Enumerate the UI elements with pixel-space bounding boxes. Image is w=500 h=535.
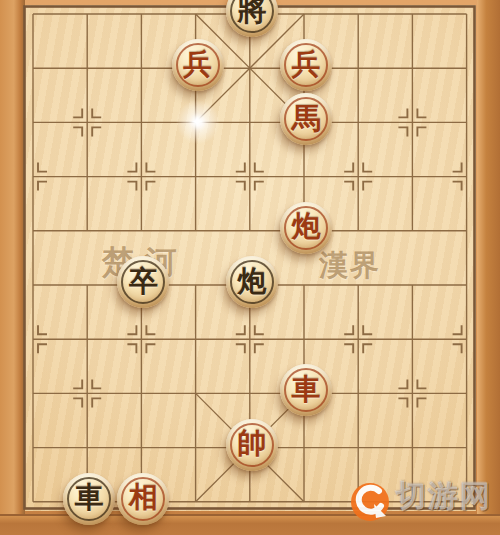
piece-red-soldier-1[interactable]: 兵 (172, 39, 224, 91)
piece-black-chariot[interactable]: 車 (63, 473, 115, 525)
piece-character: 卒 (129, 267, 158, 296)
piece-red-elephant[interactable]: 相 (117, 473, 169, 525)
piece-character: 相 (129, 483, 158, 512)
piece-red-cannon[interactable]: 炮 (280, 202, 332, 254)
piece-red-chariot[interactable]: 車 (280, 364, 332, 416)
piece-red-soldier-2[interactable]: 兵 (280, 39, 332, 91)
piece-character: 兵 (183, 50, 212, 79)
piece-red-general[interactable]: 帥 (226, 419, 278, 471)
piece-character: 炮 (292, 212, 321, 241)
piece-character: 炮 (237, 267, 266, 296)
piece-black-cannon[interactable]: 炮 (226, 256, 278, 308)
piece-red-horse[interactable]: 馬 (280, 93, 332, 145)
piece-character: 帥 (237, 429, 266, 458)
piece-character: 馬 (292, 104, 321, 133)
piece-character: 車 (75, 483, 104, 512)
piece-black-soldier[interactable]: 卒 (117, 256, 169, 308)
piece-character: 兵 (292, 50, 321, 79)
piece-character: 車 (292, 375, 321, 404)
xiangqi-game-screen: 楚河 漢界 將兵兵馬炮卒炮車帥車相 切游网 (0, 0, 500, 535)
piece-character: 將 (237, 0, 266, 25)
